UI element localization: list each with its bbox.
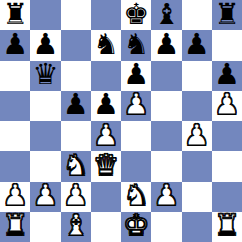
black-queen[interactable]: ♛: [32, 61, 58, 90]
black-pawn[interactable]: ♟: [63, 91, 89, 120]
square-h3[interactable]: [212, 151, 242, 181]
white-pawn[interactable]: ♟: [184, 121, 210, 150]
square-e4[interactable]: [121, 121, 151, 151]
white-pawn[interactable]: ♟: [93, 121, 119, 150]
square-g3[interactable]: [182, 151, 212, 181]
square-e6[interactable]: ♟: [121, 61, 151, 91]
chess-board: ♜♚♝♜♟♟♞♞♟♟♛♟♟♟♟♟♟♟♟♞♛♟♟♟♞♟♜♝♚♜: [0, 0, 242, 242]
square-a8[interactable]: ♜: [0, 0, 30, 30]
square-a1[interactable]: ♜: [0, 212, 30, 242]
square-e3[interactable]: [121, 151, 151, 181]
square-b7[interactable]: ♟: [30, 30, 60, 60]
white-bishop[interactable]: ♝: [63, 212, 89, 241]
white-pawn[interactable]: ♟: [63, 182, 89, 211]
square-e8[interactable]: ♚: [121, 0, 151, 30]
square-a7[interactable]: ♟: [0, 30, 30, 60]
black-rook[interactable]: ♜: [2, 0, 28, 29]
black-pawn[interactable]: ♟: [32, 30, 58, 59]
square-h5[interactable]: ♟: [212, 91, 242, 121]
square-d7[interactable]: ♞: [91, 30, 121, 60]
white-queen[interactable]: ♛: [93, 151, 119, 180]
square-d8[interactable]: [91, 0, 121, 30]
square-b8[interactable]: [30, 0, 60, 30]
white-knight[interactable]: ♞: [63, 151, 89, 180]
square-g7[interactable]: ♟: [182, 30, 212, 60]
square-f3[interactable]: [151, 151, 181, 181]
white-pawn[interactable]: ♟: [123, 91, 149, 120]
black-pawn[interactable]: ♟: [93, 91, 119, 120]
square-d1[interactable]: [91, 212, 121, 242]
black-pawn[interactable]: ♟: [2, 30, 28, 59]
square-b4[interactable]: [30, 121, 60, 151]
square-c4[interactable]: [61, 121, 91, 151]
square-b5[interactable]: [30, 91, 60, 121]
square-f8[interactable]: ♝: [151, 0, 181, 30]
black-rook[interactable]: ♜: [214, 0, 240, 29]
white-king[interactable]: ♚: [123, 212, 149, 241]
square-d4[interactable]: ♟: [91, 121, 121, 151]
square-g1[interactable]: [182, 212, 212, 242]
square-g2[interactable]: [182, 182, 212, 212]
square-h4[interactable]: [212, 121, 242, 151]
square-f6[interactable]: [151, 61, 181, 91]
white-pawn[interactable]: ♟: [2, 182, 28, 211]
square-g5[interactable]: [182, 91, 212, 121]
white-rook[interactable]: ♜: [214, 212, 240, 241]
square-c1[interactable]: ♝: [61, 212, 91, 242]
square-b1[interactable]: [30, 212, 60, 242]
square-h1[interactable]: ♜: [212, 212, 242, 242]
square-g8[interactable]: [182, 0, 212, 30]
square-a4[interactable]: [0, 121, 30, 151]
square-d3[interactable]: ♛: [91, 151, 121, 181]
square-e1[interactable]: ♚: [121, 212, 151, 242]
square-b3[interactable]: [30, 151, 60, 181]
square-h2[interactable]: [212, 182, 242, 212]
black-pawn[interactable]: ♟: [123, 61, 149, 90]
white-knight[interactable]: ♞: [123, 182, 149, 211]
square-f4[interactable]: [151, 121, 181, 151]
square-h6[interactable]: ♟: [212, 61, 242, 91]
square-c2[interactable]: ♟: [61, 182, 91, 212]
square-c3[interactable]: ♞: [61, 151, 91, 181]
square-e5[interactable]: ♟: [121, 91, 151, 121]
square-d2[interactable]: [91, 182, 121, 212]
square-a6[interactable]: [0, 61, 30, 91]
square-d6[interactable]: [91, 61, 121, 91]
white-pawn[interactable]: ♟: [32, 182, 58, 211]
black-king[interactable]: ♚: [123, 0, 149, 29]
black-pawn[interactable]: ♟: [153, 30, 179, 59]
square-h7[interactable]: [212, 30, 242, 60]
black-knight[interactable]: ♞: [93, 30, 119, 59]
square-c8[interactable]: [61, 0, 91, 30]
square-c7[interactable]: [61, 30, 91, 60]
black-pawn[interactable]: ♟: [184, 30, 210, 59]
square-g6[interactable]: [182, 61, 212, 91]
square-a3[interactable]: [0, 151, 30, 181]
square-d5[interactable]: ♟: [91, 91, 121, 121]
square-e2[interactable]: ♞: [121, 182, 151, 212]
square-e7[interactable]: ♞: [121, 30, 151, 60]
square-a2[interactable]: ♟: [0, 182, 30, 212]
square-a5[interactable]: [0, 91, 30, 121]
white-pawn[interactable]: ♟: [153, 182, 179, 211]
square-c5[interactable]: ♟: [61, 91, 91, 121]
square-f2[interactable]: ♟: [151, 182, 181, 212]
square-h8[interactable]: ♜: [212, 0, 242, 30]
square-c6[interactable]: [61, 61, 91, 91]
white-pawn[interactable]: ♟: [214, 91, 240, 120]
square-f5[interactable]: [151, 91, 181, 121]
square-f1[interactable]: [151, 212, 181, 242]
square-f7[interactable]: ♟: [151, 30, 181, 60]
square-b2[interactable]: ♟: [30, 182, 60, 212]
black-pawn[interactable]: ♟: [214, 61, 240, 90]
white-rook[interactable]: ♜: [2, 212, 28, 241]
square-g4[interactable]: ♟: [182, 121, 212, 151]
square-b6[interactable]: ♛: [30, 61, 60, 91]
black-knight[interactable]: ♞: [123, 30, 149, 59]
black-bishop[interactable]: ♝: [153, 0, 179, 29]
